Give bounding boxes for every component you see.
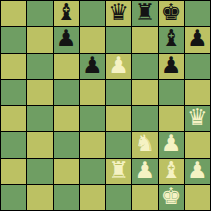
square-g3[interactable]: ♟	[159, 132, 184, 157]
square-b5[interactable]	[27, 80, 52, 105]
piece-black-queen: ♛	[108, 1, 129, 24]
square-c8[interactable]: ♝	[54, 1, 79, 26]
square-a8[interactable]	[1, 1, 26, 26]
square-c6[interactable]	[54, 54, 79, 79]
square-b8[interactable]	[27, 1, 52, 26]
piece-black-rook: ♜	[135, 1, 156, 24]
square-c3[interactable]	[54, 132, 79, 157]
piece-black-pawn: ♟	[82, 54, 103, 77]
square-e5[interactable]	[106, 80, 131, 105]
square-f2[interactable]: ♟	[132, 159, 157, 184]
square-b3[interactable]	[27, 132, 52, 157]
square-d3[interactable]	[80, 132, 105, 157]
piece-white-pawn: ♟	[187, 159, 208, 182]
piece-white-bishop: ♝	[161, 159, 182, 182]
square-d7[interactable]	[80, 27, 105, 52]
square-e2[interactable]: ♜	[106, 159, 131, 184]
square-g5[interactable]	[159, 80, 184, 105]
square-f4[interactable]	[132, 106, 157, 131]
square-d2[interactable]	[80, 159, 105, 184]
square-f3[interactable]: ♞	[132, 132, 157, 157]
square-c1[interactable]	[54, 185, 79, 210]
piece-black-pawn: ♟	[56, 27, 77, 50]
square-d6[interactable]: ♟	[80, 54, 105, 79]
square-f8[interactable]: ♜	[132, 1, 157, 26]
square-g8[interactable]: ♚	[159, 1, 184, 26]
square-d8[interactable]	[80, 1, 105, 26]
square-b4[interactable]	[27, 106, 52, 131]
square-c5[interactable]	[54, 80, 79, 105]
square-e3[interactable]	[106, 132, 131, 157]
square-h5[interactable]	[185, 80, 210, 105]
square-e1[interactable]	[106, 185, 131, 210]
piece-white-queen: ♛	[187, 106, 208, 129]
piece-white-pawn: ♟	[108, 54, 129, 77]
square-a4[interactable]	[1, 106, 26, 131]
piece-black-bishop: ♝	[56, 1, 77, 24]
square-f6[interactable]	[132, 54, 157, 79]
piece-black-king: ♚	[161, 1, 182, 24]
square-a5[interactable]	[1, 80, 26, 105]
square-c7[interactable]: ♟	[54, 27, 79, 52]
square-e7[interactable]	[106, 27, 131, 52]
square-b1[interactable]	[27, 185, 52, 210]
square-c2[interactable]	[54, 159, 79, 184]
square-h6[interactable]	[185, 54, 210, 79]
square-g2[interactable]: ♝	[159, 159, 184, 184]
square-e8[interactable]: ♛	[106, 1, 131, 26]
piece-white-knight: ♞	[135, 132, 156, 155]
square-d4[interactable]	[80, 106, 105, 131]
piece-white-rook: ♜	[108, 159, 129, 182]
square-h8[interactable]	[185, 1, 210, 26]
square-b7[interactable]	[27, 27, 52, 52]
piece-black-bishop: ♝	[161, 27, 182, 50]
square-g7[interactable]: ♝	[159, 27, 184, 52]
square-h3[interactable]	[185, 132, 210, 157]
square-h4[interactable]: ♛	[185, 106, 210, 131]
piece-white-king: ♚	[161, 185, 182, 208]
square-f5[interactable]	[132, 80, 157, 105]
square-c4[interactable]	[54, 106, 79, 131]
square-f7[interactable]	[132, 27, 157, 52]
piece-black-pawn: ♟	[161, 54, 182, 77]
square-e4[interactable]	[106, 106, 131, 131]
square-h7[interactable]: ♟	[185, 27, 210, 52]
piece-white-pawn: ♟	[135, 159, 156, 182]
square-g1[interactable]: ♚	[159, 185, 184, 210]
square-a3[interactable]	[1, 132, 26, 157]
square-d5[interactable]	[80, 80, 105, 105]
square-g4[interactable]	[159, 106, 184, 131]
square-a7[interactable]	[1, 27, 26, 52]
square-b6[interactable]	[27, 54, 52, 79]
square-a6[interactable]	[1, 54, 26, 79]
square-f1[interactable]	[132, 185, 157, 210]
square-h2[interactable]: ♟	[185, 159, 210, 184]
square-b2[interactable]	[27, 159, 52, 184]
chess-board: ♝♛♜♚♟♝♟♟♟♟♛♞♟♜♟♝♟♚	[0, 0, 211, 211]
piece-white-pawn: ♟	[161, 132, 182, 155]
piece-black-pawn: ♟	[187, 27, 208, 50]
square-d1[interactable]	[80, 185, 105, 210]
square-g6[interactable]: ♟	[159, 54, 184, 79]
square-h1[interactable]	[185, 185, 210, 210]
square-e6[interactable]: ♟	[106, 54, 131, 79]
square-a1[interactable]	[1, 185, 26, 210]
square-a2[interactable]	[1, 159, 26, 184]
